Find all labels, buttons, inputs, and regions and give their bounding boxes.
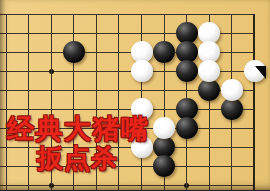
board-point-19-3[interactable] bbox=[243, 43, 266, 62]
board-point-14-10[interactable] bbox=[130, 176, 153, 191]
board-point-8-10[interactable] bbox=[0, 176, 17, 191]
board-point-16-5[interactable] bbox=[175, 81, 198, 100]
board-point-11-10[interactable] bbox=[62, 176, 85, 191]
board-point-15-6[interactable] bbox=[153, 100, 176, 119]
board-point-11-4[interactable] bbox=[62, 62, 85, 81]
board-point-15-4[interactable] bbox=[153, 62, 176, 81]
board-point-8-1[interactable] bbox=[0, 5, 17, 24]
board-point-8-3[interactable] bbox=[0, 43, 17, 62]
board-point-8-4[interactable] bbox=[0, 62, 17, 81]
board-point-16-10[interactable] bbox=[175, 176, 198, 191]
go-board-thumbnail: 经典大猪嘴 扳点杀 bbox=[0, 0, 270, 190]
white-stone bbox=[131, 60, 153, 82]
board-point-18-10[interactable] bbox=[221, 176, 244, 191]
black-stone bbox=[221, 98, 243, 120]
board-point-10-3[interactable] bbox=[40, 43, 63, 62]
board-point-10-2[interactable] bbox=[40, 24, 63, 43]
board-point-17-8[interactable] bbox=[198, 138, 221, 157]
board-point-9-5[interactable] bbox=[17, 81, 40, 100]
board-point-17-1[interactable] bbox=[198, 5, 221, 24]
board-point-18-3[interactable] bbox=[221, 43, 244, 62]
board-point-19-10[interactable] bbox=[243, 176, 266, 191]
board-point-14-1[interactable] bbox=[130, 5, 153, 24]
board-point-15-10[interactable] bbox=[153, 176, 176, 191]
board-point-12-4[interactable] bbox=[85, 62, 108, 81]
board-point-9-1[interactable] bbox=[17, 5, 40, 24]
board-point-16-1[interactable] bbox=[175, 5, 198, 24]
board-point-9-4[interactable] bbox=[17, 62, 40, 81]
board-point-10-5[interactable] bbox=[40, 81, 63, 100]
board-point-15-1[interactable] bbox=[153, 5, 176, 24]
board-point-16-8[interactable] bbox=[175, 138, 198, 157]
board-point-12-3[interactable] bbox=[85, 43, 108, 62]
board-point-17-9[interactable] bbox=[198, 157, 221, 176]
board-point-12-10[interactable] bbox=[85, 176, 108, 191]
board-point-12-2[interactable] bbox=[85, 24, 108, 43]
board-point-17-7[interactable] bbox=[198, 119, 221, 138]
star-point bbox=[49, 183, 54, 188]
board-point-19-7[interactable] bbox=[243, 119, 266, 138]
board-point-18-8[interactable] bbox=[221, 138, 244, 157]
star-point bbox=[49, 69, 54, 74]
board-point-17-6[interactable] bbox=[198, 100, 221, 119]
board-point-12-1[interactable] bbox=[85, 5, 108, 24]
white-stone bbox=[221, 79, 243, 101]
board-point-9-10[interactable] bbox=[17, 176, 40, 191]
board-point-13-1[interactable] bbox=[108, 5, 131, 24]
board-point-13-5[interactable] bbox=[108, 81, 131, 100]
board-point-9-2[interactable] bbox=[17, 24, 40, 43]
board-point-8-2[interactable] bbox=[0, 24, 17, 43]
board-point-18-9[interactable] bbox=[221, 157, 244, 176]
board-point-14-9[interactable] bbox=[130, 157, 153, 176]
board-point-13-10[interactable] bbox=[108, 176, 131, 191]
board-point-18-1[interactable] bbox=[221, 5, 244, 24]
black-stone bbox=[63, 41, 85, 63]
board-point-8-5[interactable] bbox=[0, 81, 17, 100]
board-point-14-2[interactable] bbox=[130, 24, 153, 43]
board-point-9-3[interactable] bbox=[17, 43, 40, 62]
caption-line2: 扳点杀 bbox=[37, 141, 118, 176]
black-stone bbox=[176, 117, 198, 139]
board-point-19-1[interactable] bbox=[243, 5, 266, 24]
board-point-8-9[interactable] bbox=[0, 157, 17, 176]
board-point-18-7[interactable] bbox=[221, 119, 244, 138]
black-stone bbox=[176, 60, 198, 82]
board-point-18-4[interactable] bbox=[221, 62, 244, 81]
board-point-18-2[interactable] bbox=[221, 24, 244, 43]
board-point-19-2[interactable] bbox=[243, 24, 266, 43]
board-point-19-9[interactable] bbox=[243, 157, 266, 176]
board-point-10-1[interactable] bbox=[40, 5, 63, 24]
board-point-11-2[interactable] bbox=[62, 24, 85, 43]
star-point bbox=[184, 183, 189, 188]
board-point-19-6[interactable] bbox=[243, 100, 266, 119]
board-point-13-2[interactable] bbox=[108, 24, 131, 43]
board-point-11-1[interactable] bbox=[62, 5, 85, 24]
board-point-19-8[interactable] bbox=[243, 138, 266, 157]
board-point-11-5[interactable] bbox=[62, 81, 85, 100]
board-point-10-4[interactable] bbox=[40, 62, 63, 81]
board-point-12-5[interactable] bbox=[85, 81, 108, 100]
board-point-13-3[interactable] bbox=[108, 43, 131, 62]
board-point-16-9[interactable] bbox=[175, 157, 198, 176]
board-point-17-10[interactable] bbox=[198, 176, 221, 191]
board-point-13-4[interactable] bbox=[108, 62, 131, 81]
board-point-15-5[interactable] bbox=[153, 81, 176, 100]
board-point-19-5[interactable] bbox=[243, 81, 266, 100]
board-point-14-5[interactable] bbox=[130, 81, 153, 100]
board-point-10-10[interactable] bbox=[40, 176, 63, 191]
board-point-15-2[interactable] bbox=[153, 24, 176, 43]
